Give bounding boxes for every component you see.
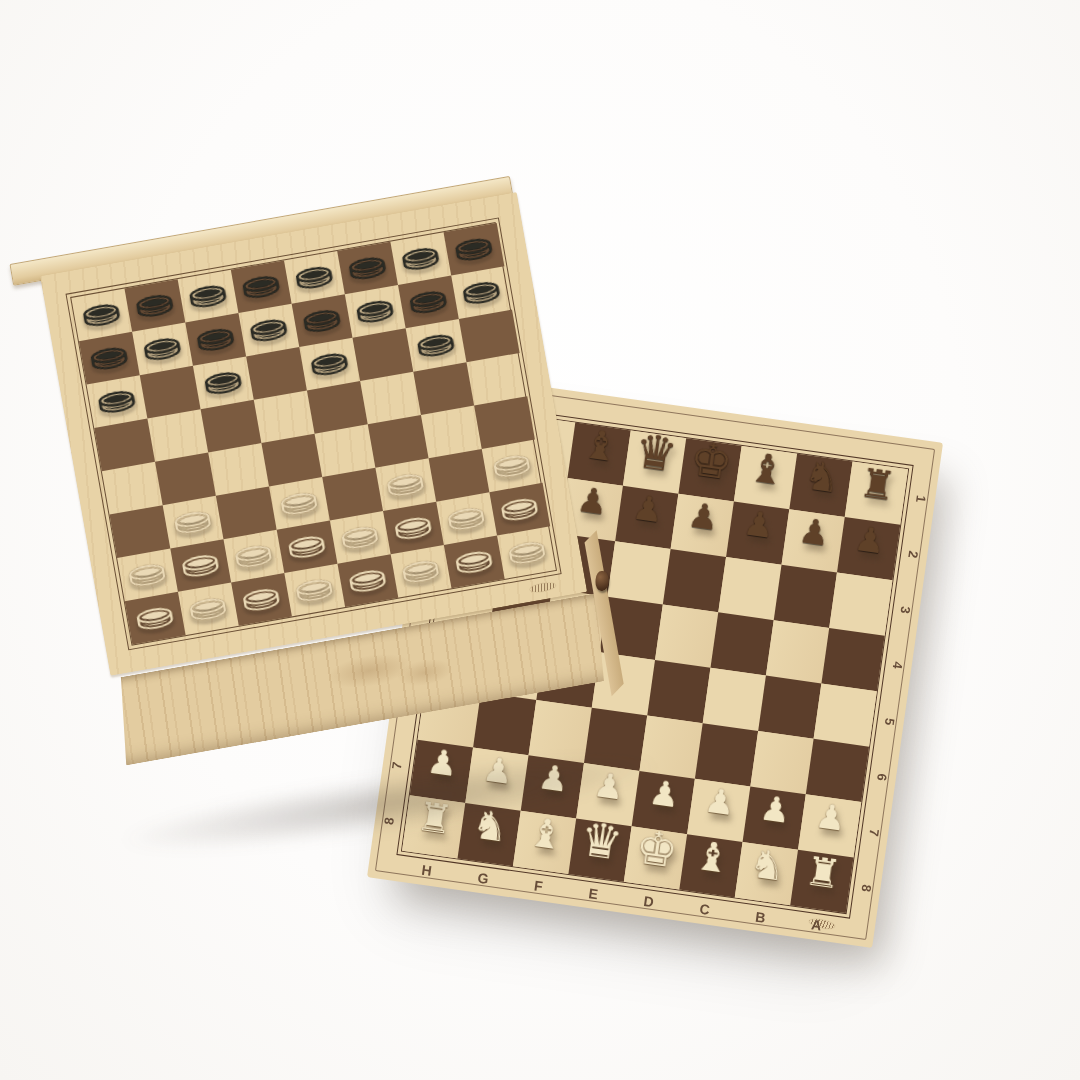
checker-dark-man: ⛂ (125, 282, 184, 325)
chess-piece-dark-pawn: ♟ (838, 508, 901, 571)
chess-square-c3 (718, 557, 781, 620)
checker-light-man: ⛂ (490, 485, 549, 528)
chess-piece-dark-knight: ♞ (791, 445, 854, 508)
maker-stamp (529, 581, 556, 593)
checker-light-man: ⛂ (178, 585, 237, 628)
checker-dark-man: ⛂ (345, 287, 404, 330)
checker-dark-man: ⛂ (72, 291, 131, 334)
chess-piece-dark-bishop: ♝ (735, 437, 798, 500)
checker-light-man: ⛂ (444, 538, 503, 581)
checker-light-man: ⛂ (125, 594, 184, 637)
chess-square-c5 (703, 668, 766, 731)
rank-label-1-right: 1 (913, 490, 930, 508)
chess-square-b4 (766, 620, 829, 683)
checker-light-man: ⛂ (277, 523, 336, 566)
checker-dark-man: ⛂ (452, 269, 511, 312)
chess-square-e8: ♛ (568, 819, 631, 882)
chess-square-b5 (758, 676, 821, 739)
checkers-square-r8c1: ⛂ (125, 592, 186, 645)
chess-square-c8: ♝ (679, 834, 742, 897)
chess-piece-light-pawn: ♟ (688, 770, 751, 833)
checker-light-man: ⛂ (118, 551, 177, 594)
chess-piece-light-pawn: ♟ (744, 778, 807, 841)
checker-light-man: ⛂ (330, 513, 389, 556)
checker-dark-man: ⛂ (284, 253, 343, 296)
chess-square-d3 (663, 549, 726, 612)
checker-light-man: ⛂ (224, 532, 283, 575)
chess-piece-dark-rook: ♜ (846, 453, 909, 516)
checkers-square-r8c4: ⛂ (284, 564, 345, 617)
checker-light-man: ⛂ (269, 480, 328, 523)
chess-piece-light-pawn: ♟ (799, 785, 862, 848)
checker-dark-man: ⛂ (444, 225, 503, 268)
chess-piece-light-bishop: ♝ (681, 825, 744, 888)
checkers-square-r8c8: ⛂ (497, 526, 558, 579)
checker-dark-man: ⛂ (406, 321, 465, 364)
chess-square-d5 (647, 660, 710, 723)
chess-square-d4 (655, 605, 718, 668)
checker-light-man: ⛂ (171, 542, 230, 585)
chess-square-a5 (814, 683, 877, 746)
chess-square-e2: ♟ (615, 486, 678, 549)
checker-dark-man: ⛂ (186, 316, 245, 359)
chess-square-c4 (710, 612, 773, 675)
checker-light-man: ⛂ (163, 498, 222, 541)
checker-dark-man: ⛂ (193, 359, 252, 402)
checker-light-man: ⛂ (391, 547, 450, 590)
chess-square-a3 (829, 572, 892, 635)
file-label-c: C (699, 901, 711, 918)
checker-dark-man: ⛂ (87, 378, 146, 421)
checker-dark-man: ⛂ (231, 263, 290, 306)
chess-square-a2: ♟ (837, 517, 900, 580)
checker-light-man: ⛂ (437, 495, 496, 538)
checkers-square-r8c2: ⛂ (178, 582, 239, 635)
chess-piece-dark-pawn: ♟ (672, 485, 735, 548)
chess-square-b8: ♞ (735, 842, 798, 905)
chess-square-b2: ♟ (782, 509, 845, 572)
checkers-square-r8c6: ⛂ (391, 545, 452, 598)
chess-piece-light-king: ♚ (625, 817, 688, 880)
chess-square-f8: ♝ (513, 811, 576, 874)
file-label-e: E (588, 885, 599, 902)
file-label-b: B (754, 909, 766, 926)
chess-piece-dark-bishop: ♝ (569, 414, 632, 477)
checker-dark-man: ⛂ (239, 306, 298, 349)
file-label-g: G (477, 870, 490, 887)
checker-dark-man: ⛂ (338, 244, 397, 287)
chess-square-a8: ♜ (790, 850, 853, 913)
rank-label-6-right: 6 (873, 768, 890, 786)
product-photo-scene: ♜♞♝♛♚♝♞♜♟♟♟♟♟♟♟♟♟♟♟♟♟♟♟♟♜♞♝♛♚♝♞♜ HGFEDCB… (0, 0, 1080, 1080)
checker-dark-man: ⛂ (292, 297, 351, 340)
chess-piece-light-knight: ♞ (736, 833, 799, 896)
checkers-board: ⛂⛂⛂⛂⛂⛂⛂⛂⛂⛂⛂⛂⛂⛂⛂⛂⛂⛂⛂⛂⛂⛂⛂⛂⛂⛂⛂⛂⛂⛂⛂⛂⛂⛂⛂⛂⛂⛂⛂⛂ (70, 222, 557, 646)
checker-light-man: ⛂ (376, 461, 435, 504)
checkers-square-r8c7: ⛂ (444, 536, 505, 589)
checkers-squares: ⛂⛂⛂⛂⛂⛂⛂⛂⛂⛂⛂⛂⛂⛂⛂⛂⛂⛂⛂⛂⛂⛂⛂⛂⛂⛂⛂⛂⛂⛂⛂⛂⛂⛂⛂⛂⛂⛂⛂⛂ (71, 223, 556, 644)
rank-label-7-right: 7 (866, 824, 883, 842)
file-label-h: H (421, 862, 433, 879)
checker-light-man: ⛂ (285, 566, 344, 609)
rank-label-2-right: 2 (905, 545, 922, 563)
chess-square-c2: ♟ (726, 501, 789, 564)
chess-piece-light-rook: ♜ (791, 841, 854, 904)
checkers-square-r8c3: ⛂ (231, 573, 292, 626)
rank-label-5-right: 5 (881, 712, 898, 730)
chess-square-b3 (774, 565, 837, 628)
chess-piece-dark-pawn: ♟ (727, 493, 790, 556)
rank-label-8-right: 8 (858, 880, 875, 898)
checker-dark-man: ⛂ (398, 278, 457, 321)
checker-dark-man: ⛂ (133, 325, 192, 368)
chess-piece-light-queen: ♛ (570, 810, 633, 873)
checker-light-man: ⛂ (383, 504, 442, 547)
chess-square-d8: ♚ (624, 826, 687, 889)
file-label-f: F (533, 877, 544, 894)
file-label-d: D (643, 893, 655, 910)
wooden-game-box: ⛂⛂⛂⛂⛂⛂⛂⛂⛂⛂⛂⛂⛂⛂⛂⛂⛂⛂⛂⛂⛂⛂⛂⛂⛂⛂⛂⛂⛂⛂⛂⛂⛂⛂⛂⛂⛂⛂⛂⛂ (40, 191, 611, 766)
box-lid: ⛂⛂⛂⛂⛂⛂⛂⛂⛂⛂⛂⛂⛂⛂⛂⛂⛂⛂⛂⛂⛂⛂⛂⛂⛂⛂⛂⛂⛂⛂⛂⛂⛂⛂⛂⛂⛂⛂⛂⛂ (40, 192, 587, 676)
checker-dark-man: ⛂ (178, 272, 237, 315)
checker-light-man: ⛂ (497, 529, 556, 572)
checker-light-man: ⛂ (338, 557, 397, 600)
chess-square-a4 (821, 628, 884, 691)
chess-piece-dark-pawn: ♟ (783, 500, 846, 563)
checker-dark-man: ⛂ (79, 334, 138, 377)
rank-label-7-left: 7 (388, 757, 405, 775)
rank-label-3-right: 3 (897, 601, 914, 619)
chess-piece-dark-queen: ♛ (624, 421, 687, 484)
checker-light-man: ⛂ (232, 576, 291, 619)
rank-label-4-right: 4 (889, 657, 906, 675)
latch-knob (595, 571, 609, 591)
chess-square-d2: ♟ (671, 494, 734, 557)
chess-piece-dark-pawn: ♟ (616, 477, 679, 540)
chess-square-e3 (607, 541, 670, 604)
checker-light-man: ⛂ (482, 442, 541, 485)
chess-piece-dark-king: ♚ (680, 429, 743, 492)
checker-dark-man: ⛂ (391, 235, 450, 278)
checker-dark-man: ⛂ (300, 340, 359, 383)
checkers-square-r8c5: ⛂ (337, 554, 398, 607)
